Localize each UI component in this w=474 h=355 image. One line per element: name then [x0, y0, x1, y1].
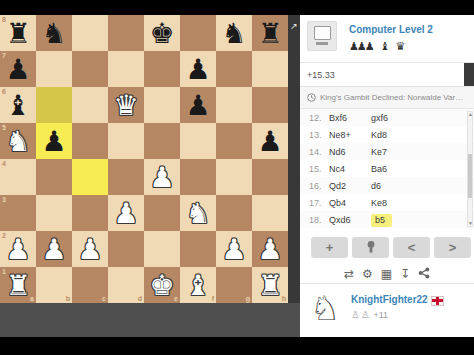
square-f6[interactable]: ♟ — [180, 87, 216, 123]
hint-button[interactable] — [352, 237, 389, 258]
black-bishop-a6[interactable]: ♝ — [0, 87, 36, 123]
black-rook-h8[interactable]: ♜ — [252, 15, 288, 51]
square-h7[interactable] — [252, 51, 288, 87]
move-number: 15. — [300, 164, 329, 174]
move-row-14: 14.Nd6Ke7 — [300, 143, 474, 160]
black-move[interactable]: gxf6 — [371, 113, 388, 123]
computer-icon — [307, 21, 337, 51]
move-rows: 12.Bxf6gxf613.Ne8+Kd814.Nd6Ke715.Nc4Ba61… — [300, 109, 474, 228]
england-flag-icon — [432, 297, 443, 305]
black-pawn-a7[interactable]: ♟ — [0, 51, 36, 87]
player-section: ♘ KnightFighter22 ♙♙ +11 — [300, 283, 474, 337]
white-pawn-c2[interactable]: ♟ — [72, 231, 108, 267]
white-king-e1[interactable]: ♚ — [144, 267, 180, 303]
square-f7[interactable]: ♟ — [180, 51, 216, 87]
coordinate-rank-4: 4 — [2, 160, 6, 167]
white-move[interactable]: Nc4 — [329, 164, 371, 174]
coordinate-file-c: c — [102, 295, 106, 302]
knight-avatar-icon: ♘ — [306, 288, 344, 337]
square-d3[interactable]: ♟ — [108, 195, 144, 231]
opening-row: King's Gambit Declined: Norwalde Vari… — [300, 86, 474, 109]
game-sidebar: Computer Level 2 ♟♟♟ ♝ ♛ +15.33 — [300, 15, 474, 337]
white-pawn-e4[interactable]: ♟ — [144, 159, 180, 195]
black-pawn-f6[interactable]: ♟ — [180, 87, 216, 123]
square-g1[interactable]: g — [216, 267, 252, 303]
square-e2[interactable] — [144, 231, 180, 267]
white-move[interactable]: Bxf6 — [329, 113, 371, 123]
captured-pawns: ♟♟♟ — [349, 40, 373, 53]
square-e1[interactable]: e♚ — [144, 267, 180, 303]
board-editor-icon[interactable]: ▦ — [381, 268, 392, 280]
chess-board[interactable]: 8♜♞♚♞♜7♟♟6♝♛♟5♞♟♟4♟3♟♞2♟♟♟♟♟1a♜bcde♚f♝gh… — [0, 15, 288, 303]
square-d6[interactable]: ♛ — [108, 87, 144, 123]
black-move[interactable]: Ke7 — [371, 147, 387, 157]
square-a3[interactable]: 3 — [0, 195, 36, 231]
expand-arrow-icon[interactable]: ↗ — [289, 21, 299, 31]
black-pawn-f7[interactable]: ♟ — [180, 51, 216, 87]
bottom-letterbox-bar — [0, 337, 474, 355]
navigation-buttons: + < > — [300, 231, 474, 264]
move-list[interactable]: 12.Bxf6gxf613.Ne8+Kd814.Nd6Ke715.Nc4Ba61… — [300, 109, 474, 231]
square-a8[interactable]: 8♜ — [0, 15, 36, 51]
square-f4[interactable] — [180, 159, 216, 195]
opponent-name-link[interactable]: Computer Level 2 — [349, 24, 433, 35]
square-h3[interactable] — [252, 195, 288, 231]
captured-queen: ♛ — [395, 40, 403, 53]
top-letterbox-bar — [0, 0, 474, 15]
square-b6[interactable] — [36, 87, 72, 123]
white-pawn-g2[interactable]: ♟ — [216, 231, 252, 267]
settings-gear-icon[interactable]: ⚙ — [362, 268, 373, 280]
black-pawn-h5[interactable]: ♟ — [252, 123, 288, 159]
square-c2[interactable]: ♟ — [72, 231, 108, 267]
square-b2[interactable]: ♟ — [36, 231, 72, 267]
black-pawn-b5[interactable]: ♟ — [36, 123, 72, 159]
opponent-text: Computer Level 2 ♟♟♟ ♝ ♛ — [349, 21, 433, 53]
opening-name: King's Gambit Declined: Norwalde Vari… — [320, 93, 464, 102]
black-king-e8[interactable]: ♚ — [144, 15, 180, 51]
white-pawn-b2[interactable]: ♟ — [36, 231, 72, 267]
move-row-18: 18.Qxd6b5 — [300, 211, 474, 228]
square-c6[interactable] — [72, 87, 108, 123]
square-c4[interactable] — [72, 159, 108, 195]
black-move[interactable]: Ke8 — [371, 198, 387, 208]
square-g8[interactable]: ♞ — [216, 15, 252, 51]
square-h1[interactable]: h♜ — [252, 267, 288, 303]
coordinate-file-d: d — [138, 295, 142, 302]
black-move[interactable]: d6 — [371, 181, 381, 191]
square-d7[interactable] — [108, 51, 144, 87]
white-move[interactable]: Qb4 — [329, 198, 371, 208]
lightbulb-icon — [366, 240, 376, 255]
flip-board-icon[interactable]: ⇄ — [344, 268, 354, 280]
square-h4[interactable] — [252, 159, 288, 195]
move-row-15: 15.Nc4Ba6 — [300, 160, 474, 177]
white-rook-a1[interactable]: ♜ — [0, 267, 36, 303]
square-d4[interactable] — [108, 159, 144, 195]
computer-screen — [314, 26, 331, 40]
white-pawn-h2[interactable]: ♟ — [252, 231, 288, 267]
square-a7[interactable]: 7♟ — [0, 51, 36, 87]
evaluation-bar — [464, 63, 474, 86]
square-d1[interactable]: d — [108, 267, 144, 303]
square-h6[interactable] — [252, 87, 288, 123]
square-g6[interactable] — [216, 87, 252, 123]
move-list-scrollbar[interactable]: ▲ ▼ — [467, 111, 473, 227]
black-knight-b8[interactable]: ♞ — [36, 15, 72, 51]
move-number: 17. — [300, 198, 329, 208]
square-a4[interactable]: 4 — [0, 159, 36, 195]
new-opponent-button[interactable]: + — [311, 237, 348, 258]
move-row-16: 16.Qd2d6 — [300, 177, 474, 194]
square-c8[interactable] — [72, 15, 108, 51]
square-e3[interactable] — [144, 195, 180, 231]
white-move[interactable]: Ne8+ — [329, 130, 371, 140]
white-move[interactable]: Nd6 — [329, 147, 371, 157]
square-e5[interactable] — [144, 123, 180, 159]
move-row-17: 17.Qb4Ke8 — [300, 194, 474, 211]
black-move[interactable]: Kd8 — [371, 130, 387, 140]
square-d2[interactable] — [108, 231, 144, 267]
black-move[interactable]: Ba6 — [371, 164, 387, 174]
scroll-down-arrow[interactable]: ▼ — [468, 221, 472, 226]
badge-icons: ♙♙ — [351, 309, 371, 320]
square-h8[interactable]: ♜ — [252, 15, 288, 51]
computer-base — [316, 42, 328, 45]
download-icon[interactable]: ↧ — [400, 268, 410, 280]
square-c7[interactable] — [72, 51, 108, 87]
square-c5[interactable] — [72, 123, 108, 159]
square-e6[interactable] — [144, 87, 180, 123]
coordinate-file-b: b — [66, 295, 70, 302]
white-pawn-d3[interactable]: ♟ — [108, 195, 144, 231]
board-column: 8♜♞♚♞♜7♟♟6♝♛♟5♞♟♟4♟3♟♞2♟♟♟♟♟1a♜bcde♚f♝gh… — [0, 15, 300, 337]
square-d8[interactable] — [108, 15, 144, 51]
square-g5[interactable] — [216, 123, 252, 159]
white-pawn-a2[interactable]: ♟ — [0, 231, 36, 267]
square-b5[interactable]: ♟ — [36, 123, 72, 159]
captured-pieces: ♟♟♟ ♝ ♛ — [349, 40, 433, 53]
next-move-button[interactable]: > — [434, 237, 471, 258]
square-e7[interactable] — [144, 51, 180, 87]
square-a6[interactable]: 6♝ — [0, 87, 36, 123]
move-number: 16. — [300, 181, 329, 191]
move-number: 14. — [300, 147, 329, 157]
share-icon[interactable] — [418, 267, 430, 281]
square-b3[interactable] — [36, 195, 72, 231]
move-row-12: 12.Bxf6gxf6 — [300, 109, 474, 126]
square-e8[interactable]: ♚ — [144, 15, 180, 51]
captured-bishop: ♝ — [380, 40, 388, 53]
black-move[interactable]: b5 — [371, 215, 392, 225]
board-side-strip: ↗ — [288, 15, 300, 303]
scroll-up-arrow[interactable]: ▲ — [468, 112, 472, 117]
square-g2[interactable]: ♟ — [216, 231, 252, 267]
coordinate-rank-3: 3 — [2, 196, 6, 203]
move-number: 18. — [300, 215, 329, 225]
square-e4[interactable]: ♟ — [144, 159, 180, 195]
square-f1[interactable]: f♝ — [180, 267, 216, 303]
square-g3[interactable] — [216, 195, 252, 231]
square-g7[interactable] — [216, 51, 252, 87]
white-knight-a5[interactable]: ♞ — [0, 123, 36, 159]
current-move-highlight[interactable]: b5 — [371, 214, 392, 227]
player-subline: ♙♙ +11 — [351, 309, 443, 320]
rating-delta: +11 — [373, 310, 388, 320]
black-rook-a8[interactable]: ♜ — [0, 15, 36, 51]
scroll-thumb[interactable] — [468, 154, 472, 198]
square-f2[interactable] — [180, 231, 216, 267]
opponent-header: Computer Level 2 ♟♟♟ ♝ ♛ — [300, 15, 474, 62]
white-move[interactable]: Qd2 — [329, 181, 371, 191]
move-row-13: 13.Ne8+Kd8 — [300, 126, 474, 143]
square-h2[interactable]: ♟ — [252, 231, 288, 267]
square-b4[interactable] — [36, 159, 72, 195]
opening-book-icon — [307, 93, 316, 102]
square-d5[interactable] — [108, 123, 144, 159]
move-number: 12. — [300, 113, 329, 123]
square-g4[interactable] — [216, 159, 252, 195]
player-info: KnightFighter22 ♙♙ +11 — [351, 288, 443, 337]
evaluation-value: +15.33 — [307, 70, 335, 80]
square-c1[interactable]: c — [72, 267, 108, 303]
square-c3[interactable] — [72, 195, 108, 231]
move-number: 13. — [300, 130, 329, 140]
square-b7[interactable] — [36, 51, 72, 87]
main-area: 8♜♞♚♞♜7♟♟6♝♛♟5♞♟♟4♟3♟♞2♟♟♟♟♟1a♜bcde♚f♝gh… — [0, 15, 474, 337]
white-rook-h1[interactable]: ♜ — [252, 267, 288, 303]
coordinate-file-g: g — [246, 295, 250, 302]
analysis-tools-row: ⇄ ⚙ ▦ ↧ — [300, 264, 474, 283]
white-bishop-f1[interactable]: ♝ — [180, 267, 216, 303]
square-f8[interactable] — [180, 15, 216, 51]
square-h5[interactable]: ♟ — [252, 123, 288, 159]
square-a2[interactable]: 2♟ — [0, 231, 36, 267]
square-a5[interactable]: 5♞ — [0, 123, 36, 159]
lichess-game-screen: 8♜♞♚♞♜7♟♟6♝♛♟5♞♟♟4♟3♟♞2♟♟♟♟♟1a♜bcde♚f♝gh… — [0, 0, 474, 355]
square-f5[interactable] — [180, 123, 216, 159]
previous-move-button[interactable]: < — [393, 237, 430, 258]
white-move[interactable]: Qxd6 — [329, 215, 371, 225]
white-knight-f3[interactable]: ♞ — [180, 195, 216, 231]
square-f3[interactable]: ♞ — [180, 195, 216, 231]
evaluation-row: +15.33 — [300, 63, 474, 86]
player-name-link[interactable]: KnightFighter22 — [351, 294, 428, 305]
white-queen-d6[interactable]: ♛ — [108, 87, 144, 123]
square-b1[interactable]: b — [36, 267, 72, 303]
square-a1[interactable]: 1a♜ — [0, 267, 36, 303]
square-b8[interactable]: ♞ — [36, 15, 72, 51]
black-knight-g8[interactable]: ♞ — [216, 15, 252, 51]
